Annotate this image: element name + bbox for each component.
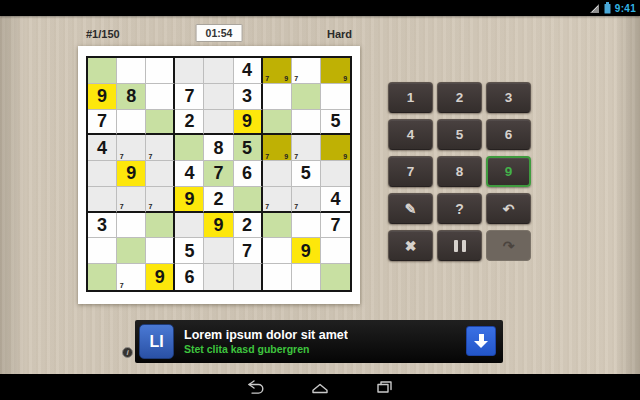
cell-value: 9 xyxy=(155,268,165,286)
cell-r1c5[interactable] xyxy=(204,58,233,84)
board-card: 4797998737295477857979947657792774392757… xyxy=(78,46,360,304)
cell-r6c2[interactable]: 7 xyxy=(117,187,146,213)
cell-value: 7 xyxy=(242,242,252,260)
cell-value: 3 xyxy=(242,87,252,105)
cell-r8c9[interactable] xyxy=(321,238,350,264)
cell-r3c9[interactable]: 5 xyxy=(321,110,350,136)
keypad-clear-button[interactable]: ✖ xyxy=(388,230,433,261)
cell-r4c6[interactable]: 5 xyxy=(234,135,263,161)
cell-r3c7[interactable] xyxy=(263,110,292,136)
cell-r9c6[interactable] xyxy=(234,264,263,290)
cell-r8c5[interactable] xyxy=(204,238,233,264)
cell-r4c7[interactable]: 79 xyxy=(263,135,292,161)
cell-r9c7[interactable] xyxy=(263,264,292,290)
keypad: 123456789✎?↶✖↷ xyxy=(388,82,531,261)
pencil-note: 7 xyxy=(263,152,272,160)
cell-r5c3[interactable] xyxy=(146,161,175,187)
cell-r9c4[interactable]: 6 xyxy=(175,264,204,290)
cell-value: 4 xyxy=(97,139,107,157)
cell-value: 5 xyxy=(184,242,194,260)
pencil-note: 7 xyxy=(146,152,155,160)
cell-value: 6 xyxy=(242,164,252,182)
cell-r4c2[interactable]: 7 xyxy=(117,135,146,161)
cell-r4c8[interactable]: 7 xyxy=(292,135,321,161)
cell-r2c3[interactable] xyxy=(146,84,175,110)
cell-r8c4[interactable]: 5 xyxy=(175,238,204,264)
signal-strength-icon xyxy=(589,3,600,14)
cell-r8c7[interactable] xyxy=(263,238,292,264)
undo-icon: ↶ xyxy=(503,202,515,216)
keypad-undo-button[interactable]: ↶ xyxy=(486,193,531,224)
status-bar: 9:41 xyxy=(0,0,640,16)
pencil-note: 9 xyxy=(282,152,291,160)
sudoku-grid: 4797998737295477857979947657792774392757… xyxy=(86,56,352,292)
cell-value: 5 xyxy=(301,164,311,182)
cell-r1c3[interactable] xyxy=(146,58,175,84)
keypad-digit-4[interactable]: 4 xyxy=(388,119,433,150)
cell-r2c2[interactable]: 8 xyxy=(117,84,146,110)
cell-r6c5[interactable]: 2 xyxy=(204,187,233,213)
home-icon xyxy=(310,377,330,397)
download-arrow-icon xyxy=(479,334,484,341)
back-icon xyxy=(246,377,266,397)
status-time: 9:41 xyxy=(615,3,636,14)
cell-r7c3[interactable] xyxy=(146,213,175,239)
cell-r2c7[interactable] xyxy=(263,84,292,110)
cell-r8c8[interactable]: 9 xyxy=(292,238,321,264)
pencil-note: 7 xyxy=(292,203,301,211)
ad-title: Lorem ipsum dolor sit amet xyxy=(184,328,348,343)
cell-r8c2[interactable] xyxy=(117,238,146,264)
cell-r5c2[interactable]: 9 xyxy=(117,161,146,187)
pencil-note: 7 xyxy=(117,282,126,290)
cell-r6c4[interactable]: 9 xyxy=(175,187,204,213)
cell-value: 2 xyxy=(242,216,252,234)
keypad-digit-7[interactable]: 7 xyxy=(388,156,433,187)
cell-value: 7 xyxy=(184,87,194,105)
cell-r7c5[interactable]: 9 xyxy=(204,213,233,239)
pencil-note: 7 xyxy=(292,152,301,160)
game-header: #1/150 01:54 Hard xyxy=(86,24,352,43)
pencil-note: 7 xyxy=(263,75,272,83)
cell-r1c9[interactable]: 9 xyxy=(321,58,350,84)
cell-r4c1[interactable]: 4 xyxy=(88,135,117,161)
pencil-note: 9 xyxy=(341,75,350,83)
cell-r9c8[interactable] xyxy=(292,264,321,290)
cell-r5c9[interactable] xyxy=(321,161,350,187)
cell-r7c1[interactable]: 3 xyxy=(88,213,117,239)
cell-r8c3[interactable] xyxy=(146,238,175,264)
cell-r9c9[interactable] xyxy=(321,264,350,290)
cell-r4c4[interactable] xyxy=(175,135,204,161)
cell-r9c2[interactable]: 7 xyxy=(117,264,146,290)
cell-r4c5[interactable]: 8 xyxy=(204,135,233,161)
nav-back-button[interactable] xyxy=(238,376,274,398)
cell-value: 5 xyxy=(242,139,252,157)
keypad-digit-9[interactable]: 9 xyxy=(486,156,531,187)
cell-r3c4[interactable]: 2 xyxy=(175,110,204,136)
cell-r1c8[interactable]: 7 xyxy=(292,58,321,84)
navigation-bar xyxy=(0,374,640,400)
cell-value: 9 xyxy=(184,190,194,208)
cell-value: 9 xyxy=(97,87,107,105)
cell-value: 2 xyxy=(184,112,194,130)
cell-r4c3[interactable]: 7 xyxy=(146,135,175,161)
cell-value: 7 xyxy=(330,216,340,234)
cell-value: 5 xyxy=(330,112,340,130)
cell-r1c7[interactable]: 79 xyxy=(263,58,292,84)
keypad-redo-button[interactable]: ↷ xyxy=(486,230,531,261)
battery-icon xyxy=(604,2,611,14)
difficulty-label: Hard xyxy=(327,28,352,40)
timer: 01:54 xyxy=(196,24,243,42)
pencil-note: 7 xyxy=(292,75,301,83)
cell-value: 7 xyxy=(213,164,223,182)
cell-r3c5[interactable] xyxy=(204,110,233,136)
cell-r7c4[interactable] xyxy=(175,213,204,239)
cell-r3c2[interactable] xyxy=(117,110,146,136)
cell-r5c6[interactable]: 6 xyxy=(234,161,263,187)
cell-r1c2[interactable] xyxy=(117,58,146,84)
recents-icon xyxy=(374,377,394,397)
cell-r5c1[interactable] xyxy=(88,161,117,187)
ad-info-icon[interactable]: i xyxy=(122,347,133,358)
cell-r6c8[interactable]: 7 xyxy=(292,187,321,213)
cell-r1c4[interactable] xyxy=(175,58,204,84)
cell-value: 8 xyxy=(126,87,136,105)
cell-value: 8 xyxy=(213,139,223,157)
cell-r8c6[interactable]: 7 xyxy=(234,238,263,264)
cell-r2c1[interactable]: 9 xyxy=(88,84,117,110)
screen: 9:41 #1/150 01:54 Hard 47979987372954778… xyxy=(0,0,640,400)
keypad-help-button[interactable]: ? xyxy=(437,193,482,224)
cell-r2c6[interactable]: 3 xyxy=(234,84,263,110)
pencil-note: 7 xyxy=(117,152,126,160)
cell-r2c8[interactable] xyxy=(292,84,321,110)
cell-r9c3[interactable]: 9 xyxy=(146,264,175,290)
cell-r9c1[interactable] xyxy=(88,264,117,290)
cell-r5c4[interactable]: 4 xyxy=(175,161,204,187)
redo-icon: ↷ xyxy=(503,239,515,253)
keypad-digit-5[interactable]: 5 xyxy=(437,119,482,150)
nav-home-button[interactable] xyxy=(302,376,338,398)
cell-r6c7[interactable]: 7 xyxy=(263,187,292,213)
cell-r4c9[interactable]: 9 xyxy=(321,135,350,161)
keypad-digit-3[interactable]: 3 xyxy=(486,82,531,113)
help-icon: ? xyxy=(455,202,464,216)
ad-download-button[interactable] xyxy=(466,326,496,356)
keypad-digit-8[interactable]: 8 xyxy=(437,156,482,187)
cell-r2c9[interactable] xyxy=(321,84,350,110)
puzzle-number: #1/150 xyxy=(86,28,120,40)
cell-value: 7 xyxy=(97,112,107,130)
cell-r5c8[interactable]: 5 xyxy=(292,161,321,187)
cell-r1c6[interactable]: 4 xyxy=(234,58,263,84)
pencil-note: 9 xyxy=(282,75,291,83)
cell-r7c8[interactable] xyxy=(292,213,321,239)
ad-subtitle: Stet clita kasd gubergren xyxy=(184,343,348,356)
cell-r7c9[interactable]: 7 xyxy=(321,213,350,239)
cell-r9c5[interactable] xyxy=(204,264,233,290)
cell-value: 4 xyxy=(330,190,340,208)
keypad-digit-2[interactable]: 2 xyxy=(437,82,482,113)
ad-banner[interactable]: LI Lorem ipsum dolor sit amet Stet clita… xyxy=(135,320,503,363)
pencil-note: 9 xyxy=(341,152,350,160)
cell-value: 4 xyxy=(184,164,194,182)
cell-r6c1[interactable] xyxy=(88,187,117,213)
cell-r2c5[interactable] xyxy=(204,84,233,110)
cell-r7c2[interactable] xyxy=(117,213,146,239)
keypad-pause-button[interactable] xyxy=(437,230,482,261)
cell-value: 2 xyxy=(213,190,223,208)
cell-r5c7[interactable] xyxy=(263,161,292,187)
keypad-digit-6[interactable]: 6 xyxy=(486,119,531,150)
cell-r2c4[interactable]: 7 xyxy=(175,84,204,110)
clear-icon: ✖ xyxy=(405,239,417,253)
cell-r6c3[interactable]: 7 xyxy=(146,187,175,213)
cell-value: 3 xyxy=(97,216,107,234)
pencil-note: 7 xyxy=(263,203,272,211)
cell-r7c6[interactable]: 2 xyxy=(234,213,263,239)
cell-value: 9 xyxy=(301,242,311,260)
pause-icon xyxy=(454,240,466,252)
cell-r6c9[interactable]: 4 xyxy=(321,187,350,213)
cell-value: 9 xyxy=(242,112,252,130)
ad-text: Lorem ipsum dolor sit amet Stet clita ka… xyxy=(184,328,348,356)
pencil-note: 7 xyxy=(117,203,126,211)
pencil-note: 7 xyxy=(146,203,155,211)
cell-r6c6[interactable] xyxy=(234,187,263,213)
cell-value: 9 xyxy=(126,164,136,182)
keypad-pencil-button[interactable]: ✎ xyxy=(388,193,433,224)
keypad-digit-1[interactable]: 1 xyxy=(388,82,433,113)
cell-r3c3[interactable] xyxy=(146,110,175,136)
cell-value: 6 xyxy=(184,268,194,286)
cell-value: 9 xyxy=(213,216,223,234)
cell-r3c6[interactable]: 9 xyxy=(234,110,263,136)
cell-r5c5[interactable]: 7 xyxy=(204,161,233,187)
cell-r8c1[interactable] xyxy=(88,238,117,264)
ad-app-icon: LI xyxy=(139,324,174,359)
cell-r7c7[interactable] xyxy=(263,213,292,239)
cell-r1c1[interactable] xyxy=(88,58,117,84)
pencil-icon: ✎ xyxy=(405,202,417,216)
cell-r3c1[interactable]: 7 xyxy=(88,110,117,136)
cell-r3c8[interactable] xyxy=(292,110,321,136)
nav-recents-button[interactable] xyxy=(366,376,402,398)
cell-value: 4 xyxy=(242,61,252,79)
